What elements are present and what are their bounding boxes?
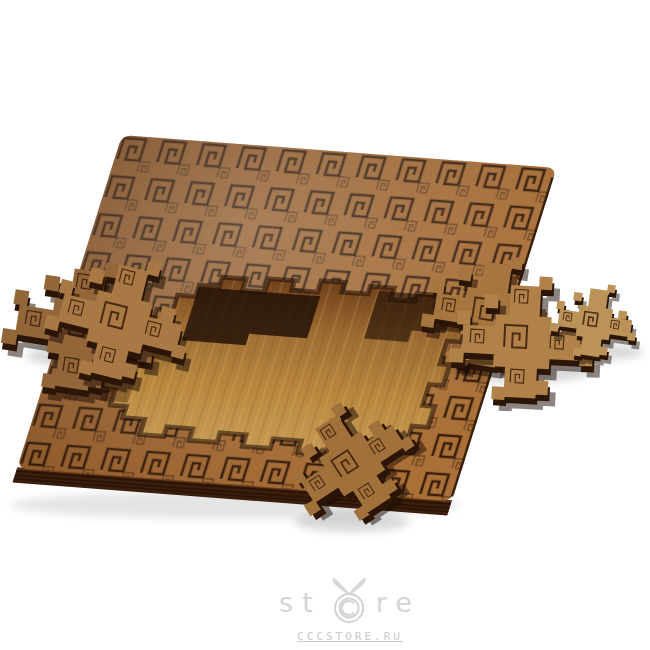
watermark-logo-icon: [326, 574, 372, 626]
right-wing-icon: [349, 577, 366, 594]
watermark: st re CCCSTORE.RU: [279, 576, 421, 643]
product-photo: st re CCCSTORE.RU: [0, 0, 650, 650]
watermark-url: CCCSTORE.RU: [279, 630, 421, 643]
watermark-suffix: re: [376, 587, 421, 618]
puzzle-scene: [0, 0, 650, 650]
left-wing-icon: [332, 577, 349, 594]
watermark-prefix: st: [279, 587, 322, 618]
